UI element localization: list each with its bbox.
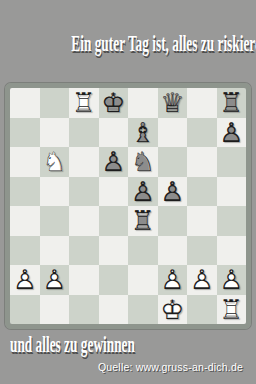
- square-f2: ♟♙: [158, 265, 188, 295]
- square-d5: [99, 177, 129, 207]
- black-bishop-icon: ♝♗: [128, 118, 158, 148]
- white-pawn-icon: ♟♙: [187, 265, 217, 295]
- square-c2: [69, 265, 99, 295]
- square-e2: [128, 265, 158, 295]
- square-d6: ♟♙: [99, 147, 129, 177]
- square-d2: [99, 265, 129, 295]
- quote-line-top-text: Ein guter Tag ist, alles zu riskieren: [71, 31, 256, 57]
- square-b1: [40, 295, 70, 325]
- square-a5: [10, 177, 40, 207]
- black-pawn-icon: ♟♙: [158, 177, 188, 207]
- white-knight-icon: ♞♘: [40, 147, 70, 177]
- square-h3: [217, 236, 247, 266]
- square-e6: ♞♘: [128, 147, 158, 177]
- square-a3: [10, 236, 40, 266]
- square-g7: [187, 118, 217, 148]
- black-pawn-icon: ♟♙: [128, 177, 158, 207]
- square-h6: [217, 147, 247, 177]
- square-a6: [10, 147, 40, 177]
- black-pawn-icon: ♟♙: [99, 147, 129, 177]
- square-f1: ♚♔: [158, 295, 188, 325]
- square-e5: ♟♙: [128, 177, 158, 207]
- square-c4: [69, 206, 99, 236]
- square-d7: [99, 118, 129, 148]
- black-rook-icon: ♜♖: [128, 206, 158, 236]
- square-g5: [187, 177, 217, 207]
- quote-line-bottom-text: und alles zu gewinnen: [10, 332, 135, 358]
- square-d4: [99, 206, 129, 236]
- square-a1: [10, 295, 40, 325]
- square-d1: [99, 295, 129, 325]
- square-f4: [158, 206, 188, 236]
- square-h4: [217, 206, 247, 236]
- black-queen-icon: ♛♕: [158, 88, 188, 118]
- square-e7: ♝♗: [128, 118, 158, 148]
- square-b8: [40, 88, 70, 118]
- square-h5: [217, 177, 247, 207]
- square-d3: [99, 236, 129, 266]
- square-c7: [69, 118, 99, 148]
- square-f8: ♛♕: [158, 88, 188, 118]
- square-h8: ♜♖: [217, 88, 247, 118]
- square-c8: ♜♖: [69, 88, 99, 118]
- black-king-icon: ♚♔: [99, 88, 129, 118]
- square-a8: [10, 88, 40, 118]
- square-d8: ♚♔: [99, 88, 129, 118]
- greeting-card: { "game": "chess", "position": "2Rk1q1r/…: [0, 0, 256, 384]
- square-g2: ♟♙: [187, 265, 217, 295]
- square-f6: [158, 147, 188, 177]
- square-g4: [187, 206, 217, 236]
- square-b4: [40, 206, 70, 236]
- square-f3: [158, 236, 188, 266]
- square-a7: [10, 118, 40, 148]
- square-g6: [187, 147, 217, 177]
- square-c1: [69, 295, 99, 325]
- square-h7: ♟♙: [217, 118, 247, 148]
- square-g3: [187, 236, 217, 266]
- white-rook-icon: ♜♖: [69, 88, 99, 118]
- square-a4: [10, 206, 40, 236]
- white-king-icon: ♚♔: [158, 295, 188, 325]
- black-pawn-icon: ♟♙: [217, 118, 247, 148]
- square-f7: [158, 118, 188, 148]
- quote-line-bottom: und alles zu gewinnen: [10, 332, 225, 358]
- square-h2: ♟♙: [217, 265, 247, 295]
- square-e1: [128, 295, 158, 325]
- square-b3: [40, 236, 70, 266]
- quote-line-top: Ein guter Tag ist, alles zu riskieren: [0, 31, 256, 57]
- white-pawn-icon: ♟♙: [10, 265, 40, 295]
- chess-board: ♜♖♚♔♛♕♜♖♝♗♟♙♞♘♟♙♞♘♟♙♟♙♜♖♟♙♟♙♟♙♟♙♟♙♚♔♜♖: [5, 83, 251, 329]
- square-e8: [128, 88, 158, 118]
- white-pawn-icon: ♟♙: [217, 265, 247, 295]
- white-pawn-icon: ♟♙: [40, 265, 70, 295]
- source-credit: Quelle: www.gruss-an-dich.de: [98, 361, 243, 374]
- square-c5: [69, 177, 99, 207]
- square-f5: ♟♙: [158, 177, 188, 207]
- square-e4: ♜♖: [128, 206, 158, 236]
- square-c6: [69, 147, 99, 177]
- black-rook-icon: ♜♖: [217, 88, 247, 118]
- board-grid: ♜♖♚♔♛♕♜♖♝♗♟♙♞♘♟♙♞♘♟♙♟♙♜♖♟♙♟♙♟♙♟♙♟♙♚♔♜♖: [10, 88, 246, 324]
- square-c3: [69, 236, 99, 266]
- square-g1: [187, 295, 217, 325]
- square-g8: [187, 88, 217, 118]
- white-rook-icon: ♜♖: [217, 295, 247, 325]
- square-a2: ♟♙: [10, 265, 40, 295]
- square-b7: [40, 118, 70, 148]
- square-e3: [128, 236, 158, 266]
- square-b5: [40, 177, 70, 207]
- square-h1: ♜♖: [217, 295, 247, 325]
- white-pawn-icon: ♟♙: [158, 265, 188, 295]
- black-knight-icon: ♞♘: [128, 147, 158, 177]
- square-b2: ♟♙: [40, 265, 70, 295]
- square-b6: ♞♘: [40, 147, 70, 177]
